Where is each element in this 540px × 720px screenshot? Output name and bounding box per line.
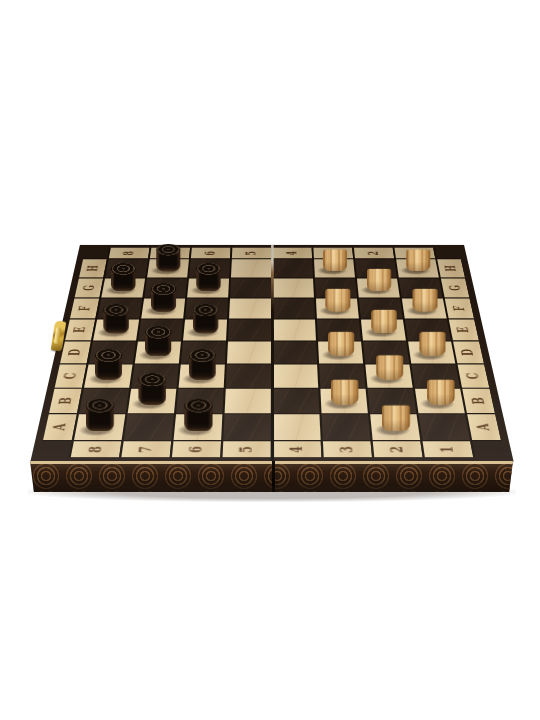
edge-label-text: D (460, 349, 477, 356)
square-d7[interactable] (135, 342, 181, 364)
edge-label-text: H (443, 265, 458, 271)
square-e6[interactable] (183, 320, 227, 341)
square-d3[interactable] (318, 342, 363, 364)
square-a2[interactable] (370, 414, 420, 440)
edge-label-text: 1 (439, 446, 457, 452)
light-checker-piece[interactable] (371, 304, 397, 334)
board-fold-seam (270, 245, 273, 462)
piece-top (196, 263, 221, 275)
light-checker-piece[interactable] (406, 244, 430, 272)
right-edge-label-G: G (441, 278, 469, 297)
edge-label-text: 8 (87, 446, 105, 452)
dark-checker-piece[interactable] (85, 399, 114, 432)
product-photo-stage: 87654321HHGGFFEEDDCCBBAA87654321 (0, 0, 540, 720)
piece-top (412, 283, 437, 296)
piece-top (144, 326, 170, 339)
frame-corner (472, 441, 504, 457)
edge-label-text: 3 (326, 251, 340, 255)
square-d4[interactable] (273, 342, 317, 364)
near-edge-label-4: 4 (273, 441, 321, 457)
square-h5[interactable] (231, 259, 271, 277)
edge-label-text: F (452, 306, 468, 311)
light-checker-piece[interactable] (330, 373, 358, 405)
near-edge-label-3: 3 (323, 441, 372, 457)
left-edge-label-A: A (43, 414, 77, 440)
square-a7[interactable] (124, 414, 174, 440)
dark-checker-piece[interactable] (196, 263, 221, 291)
square-g5[interactable] (230, 278, 271, 297)
piece-top (103, 304, 129, 317)
right-edge-label-B: B (462, 389, 495, 413)
edge-label-text: 3 (339, 446, 356, 452)
left-edge-label-F: F (70, 299, 99, 319)
edge-label-text: 2 (367, 251, 381, 255)
square-c8[interactable] (84, 365, 133, 388)
light-checker-piece[interactable] (426, 373, 454, 405)
piece-top (376, 349, 403, 363)
left-edge-label-B: B (49, 389, 82, 413)
square-g6[interactable] (187, 278, 229, 297)
light-checker-piece[interactable] (366, 263, 391, 291)
light-checker-piece[interactable] (327, 326, 353, 356)
dark-checker-piece[interactable] (103, 304, 129, 334)
right-edge-label-E: E (449, 320, 479, 341)
square-e2[interactable] (361, 320, 406, 341)
edge-label-text: 4 (289, 446, 306, 452)
square-f5[interactable] (229, 299, 271, 319)
square-b4[interactable] (273, 389, 319, 413)
edge-label-text: B (470, 397, 487, 404)
square-h3[interactable] (314, 259, 355, 277)
piece-top (192, 304, 218, 317)
piece-top (184, 399, 213, 413)
square-a1[interactable] (419, 414, 470, 440)
frame-corner (435, 248, 461, 259)
near-edge-label-8: 8 (71, 441, 122, 457)
edge-label-text: A (51, 424, 69, 431)
light-checker-piece[interactable] (325, 283, 350, 312)
piece-top (327, 326, 353, 339)
edge-label-text: C (62, 373, 79, 379)
edge-label-text: 6 (188, 446, 205, 452)
near-edge-label-1: 1 (423, 441, 474, 457)
square-e5[interactable] (228, 320, 271, 341)
left-edge-label-D: D (60, 342, 91, 364)
right-edge-label-C: C (458, 365, 490, 388)
far-edge-label-4: 4 (273, 248, 312, 259)
dark-checker-piece[interactable] (192, 304, 218, 334)
edge-label-text: 2 (389, 446, 407, 452)
piece-top (85, 399, 114, 413)
board-shadow (28, 486, 516, 502)
light-checker-piece[interactable] (376, 349, 403, 380)
piece-top (188, 349, 215, 363)
dark-checker-piece[interactable] (150, 283, 175, 312)
left-edge-label-H: H (79, 259, 107, 277)
far-edge-label-2: 2 (354, 248, 394, 259)
square-f7[interactable] (141, 299, 185, 319)
far-edge-label-5: 5 (232, 248, 271, 259)
dark-checker-piece[interactable] (188, 349, 215, 380)
edge-label-text: G (447, 285, 462, 291)
edge-label-text: 5 (245, 251, 259, 255)
edge-label-text: 7 (163, 251, 177, 255)
edge-label-text: H (85, 265, 100, 271)
piece-top (330, 373, 358, 387)
square-e8[interactable] (93, 320, 139, 341)
left-edge-label-G: G (75, 278, 103, 297)
frame-corner (83, 248, 109, 259)
square-a8[interactable] (74, 414, 125, 440)
checkers-board: 87654321HHGGFFEEDDCCBBAA87654321 (30, 245, 513, 462)
square-d1[interactable] (408, 342, 455, 364)
near-edge-label-5: 5 (223, 441, 271, 457)
near-edge-label-6: 6 (172, 441, 221, 457)
square-a6[interactable] (174, 414, 223, 440)
edge-label-text: 4 (286, 251, 300, 255)
frame-corner (39, 441, 71, 457)
near-edge-label-2: 2 (373, 441, 423, 457)
square-b5[interactable] (225, 389, 271, 413)
edge-label-text: 1 (408, 251, 422, 255)
square-a3[interactable] (322, 414, 371, 440)
square-d5[interactable] (227, 342, 271, 364)
left-edge-label-C: C (55, 365, 87, 388)
edge-label-text: D (67, 349, 84, 356)
square-b1[interactable] (415, 389, 465, 413)
piece-top (419, 326, 445, 339)
piece-top (138, 373, 166, 387)
square-f3[interactable] (316, 299, 359, 319)
right-edge-label-A: A (467, 414, 501, 440)
square-c6[interactable] (179, 365, 225, 388)
edge-label-text: E (456, 327, 472, 333)
square-g8[interactable] (101, 278, 145, 297)
edge-label-text: E (72, 327, 88, 333)
piece-top (111, 263, 136, 275)
square-h1[interactable] (396, 259, 439, 277)
dark-checker-piece[interactable] (156, 244, 180, 272)
edge-label-text: 6 (204, 251, 218, 255)
piece-top (366, 263, 391, 275)
dark-checker-piece[interactable] (138, 373, 166, 405)
dark-checker-piece[interactable] (111, 263, 136, 291)
square-c4[interactable] (273, 365, 318, 388)
edge-label-text: C (465, 373, 482, 379)
edge-label-text: G (81, 285, 96, 291)
piece-top (381, 399, 410, 413)
square-h4[interactable] (273, 259, 313, 277)
edge-label-text: 5 (238, 446, 255, 452)
square-c2[interactable] (365, 365, 412, 388)
light-checker-piece[interactable] (419, 326, 445, 356)
far-edge-label-6: 6 (191, 248, 231, 259)
square-g2[interactable] (357, 278, 400, 297)
light-checker-piece[interactable] (412, 283, 437, 312)
piece-top (426, 373, 454, 387)
square-f4[interactable] (273, 299, 315, 319)
square-a4[interactable] (273, 414, 321, 440)
edge-label-text: F (77, 306, 93, 311)
near-edge-label-7: 7 (121, 441, 171, 457)
light-checker-piece[interactable] (381, 399, 410, 432)
dark-checker-piece[interactable] (94, 349, 121, 380)
edge-label-text: 7 (138, 446, 156, 452)
piece-top (325, 283, 350, 296)
square-f1[interactable] (402, 299, 447, 319)
right-edge-label-F: F (445, 299, 474, 319)
far-edge-label-8: 8 (109, 248, 150, 259)
dark-checker-piece[interactable] (184, 399, 213, 432)
light-checker-piece[interactable] (322, 244, 346, 272)
edge-label-text: B (57, 397, 74, 404)
square-b7[interactable] (128, 389, 177, 413)
right-edge-label-D: D (453, 342, 484, 364)
edge-label-text: 8 (122, 251, 136, 255)
right-edge-label-H: H (437, 259, 465, 277)
left-edge-label-E: E (65, 320, 95, 341)
square-b3[interactable] (320, 389, 368, 413)
square-g4[interactable] (273, 278, 314, 297)
edge-label-text: A (475, 424, 493, 431)
square-e4[interactable] (273, 320, 316, 341)
piece-top (371, 304, 397, 317)
square-a5[interactable] (223, 414, 271, 440)
dark-checker-piece[interactable] (144, 326, 170, 356)
square-c5[interactable] (226, 365, 271, 388)
square-h7[interactable] (147, 259, 189, 277)
piece-top (150, 283, 175, 296)
piece-top (94, 349, 121, 363)
